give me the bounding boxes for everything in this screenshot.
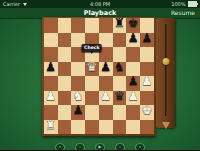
square-h1[interactable] (140, 120, 154, 135)
square-g1[interactable] (126, 120, 140, 135)
square-a7[interactable] (44, 33, 58, 48)
white-rook-a1: ♜ (44, 118, 58, 133)
square-a5[interactable]: ♟ (44, 62, 58, 77)
square-g5[interactable] (126, 62, 140, 77)
black-pawn-a5: ♟ (44, 60, 58, 75)
square-f1[interactable] (113, 120, 127, 135)
square-f6[interactable] (113, 47, 127, 62)
square-c1[interactable] (71, 120, 85, 135)
square-a8[interactable] (44, 18, 58, 33)
black-pawn-h7: ♟ (140, 31, 154, 46)
black-knight-f5: ♞ (113, 60, 127, 75)
carrier-indicator: Carrier (3, 0, 27, 8)
square-b6[interactable] (58, 47, 72, 62)
square-f8[interactable]: ♜ (113, 18, 127, 33)
square-f4[interactable] (113, 76, 127, 91)
square-h3[interactable] (140, 91, 154, 106)
step-back-button[interactable]: ‹ (75, 143, 85, 151)
square-f2[interactable] (113, 105, 127, 120)
square-g2[interactable] (126, 105, 140, 120)
square-a3[interactable]: ♟ (44, 91, 58, 106)
square-e5[interactable]: ♟ (99, 62, 113, 77)
skip-to-end-button[interactable]: » (135, 143, 145, 151)
square-d8[interactable] (85, 18, 99, 33)
square-b8[interactable] (58, 18, 72, 33)
square-f7[interactable] (113, 33, 127, 48)
square-c2[interactable]: ♟ (71, 105, 85, 120)
square-a2[interactable] (44, 105, 58, 120)
square-d3[interactable] (85, 91, 99, 106)
square-a1[interactable]: ♜ (44, 120, 58, 135)
square-f5[interactable]: ♞ (113, 62, 127, 77)
square-c4[interactable] (71, 76, 85, 91)
chess-board-frame: ♜♚♟♟♟♛♟♞♟♟♟♞♟♛♟♟♚♜Check (42, 17, 156, 137)
square-h8[interactable] (140, 18, 154, 33)
square-e2[interactable] (99, 105, 113, 120)
square-d4[interactable] (85, 76, 99, 91)
white-queen-d5: ♛ (85, 60, 99, 75)
square-h5[interactable] (140, 62, 154, 77)
white-pawn-e3: ♟ (99, 89, 113, 104)
status-bar: Carrier 4:08 PM 100% (0, 0, 200, 8)
step-forward-button[interactable]: › (115, 143, 125, 151)
battery-icon (188, 1, 197, 7)
slider-wood-tip (162, 122, 170, 129)
resume-button[interactable]: Resume (171, 9, 195, 16)
square-b7[interactable] (58, 33, 72, 48)
square-c8[interactable] (71, 18, 85, 33)
square-f3[interactable]: ♛ (113, 91, 127, 106)
signal-icon (23, 3, 27, 6)
square-g6[interactable] (126, 47, 140, 62)
square-h2[interactable]: ♚ (140, 105, 154, 120)
black-pawn-c2: ♟ (71, 103, 85, 118)
clock-time: 4:08 PM (0, 0, 200, 8)
square-c3[interactable]: ♞ (71, 91, 85, 106)
white-king-h2: ♚ (140, 103, 154, 118)
square-g3[interactable]: ♟ (126, 91, 140, 106)
square-b4[interactable] (58, 76, 72, 91)
slider-knob[interactable] (162, 58, 169, 65)
square-h6[interactable] (140, 47, 154, 62)
square-d5[interactable]: ♛ (85, 62, 99, 77)
square-g4[interactable]: ♟ (126, 76, 140, 91)
black-rook-f8: ♜ (113, 16, 127, 31)
black-pawn-g4: ♟ (126, 74, 140, 89)
square-d1[interactable] (85, 120, 99, 135)
check-annotation: Check (82, 44, 103, 52)
skip-to-start-button[interactable]: « (55, 143, 65, 151)
battery-indicator: 100% (171, 0, 197, 8)
square-b5[interactable] (58, 62, 72, 77)
carrier-label: Carrier (3, 0, 20, 8)
square-e4[interactable] (99, 76, 113, 91)
square-a4[interactable] (44, 76, 58, 91)
square-c5[interactable] (71, 62, 85, 77)
white-knight-c3: ♞ (71, 89, 85, 104)
playback-controls: «‹▶›» (0, 143, 200, 151)
black-king-g8: ♚ (126, 16, 140, 31)
square-d2[interactable] (85, 105, 99, 120)
playback-slider (156, 18, 175, 128)
black-pawn-e5: ♟ (99, 60, 113, 75)
chess-board: ♜♚♟♟♟♛♟♞♟♟♟♞♟♛♟♟♚♜Check (44, 18, 154, 134)
square-g8[interactable]: ♚ (126, 18, 140, 33)
black-pawn-g7: ♟ (126, 31, 140, 46)
square-e3[interactable]: ♟ (99, 91, 113, 106)
square-h4[interactable]: ♟ (140, 76, 154, 91)
square-a6[interactable] (44, 47, 58, 62)
square-b2[interactable] (58, 105, 72, 120)
white-pawn-a3: ♟ (44, 89, 58, 104)
white-pawn-h4: ♟ (140, 74, 154, 89)
square-e8[interactable] (99, 18, 113, 33)
chess-app-screen: Carrier 4:08 PM 100% Playback Resume ♜♚♟… (0, 0, 200, 150)
square-e1[interactable] (99, 120, 113, 135)
square-g7[interactable]: ♟ (126, 33, 140, 48)
battery-percent: 100% (171, 0, 185, 8)
square-b3[interactable] (58, 91, 72, 106)
play-button[interactable]: ▶ (95, 143, 105, 151)
square-h7[interactable]: ♟ (140, 33, 154, 48)
slider-track[interactable] (165, 24, 167, 116)
black-queen-f3: ♛ (113, 89, 127, 104)
white-pawn-g3: ♟ (126, 89, 140, 104)
square-b1[interactable] (58, 120, 72, 135)
